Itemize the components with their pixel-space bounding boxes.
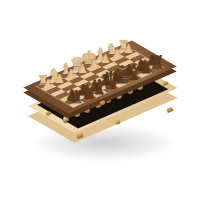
piece-light-pawn: ♟ (42, 77, 53, 89)
piece-light-pawn: ♟ (111, 47, 122, 59)
piece-light-pawn: ♟ (100, 52, 111, 64)
piece-light-pawn: ♟ (123, 42, 134, 54)
piece-light-pawn: ♟ (65, 67, 76, 79)
piece-dark-rook: ♜ (149, 54, 165, 71)
piece-light-pawn: ♟ (88, 57, 99, 69)
chess-set-product-photo: ♜♞♝♛♚♝♞♜♟♟♟♟♟♟♟♟♟♟♟♟♟♟♟♟♜♞♝♛♚♝♞♜ (0, 0, 200, 200)
piece-light-pawn: ♟ (54, 72, 65, 84)
piece-light-pawn: ♟ (77, 62, 88, 74)
brass-clasp-right (166, 107, 173, 113)
